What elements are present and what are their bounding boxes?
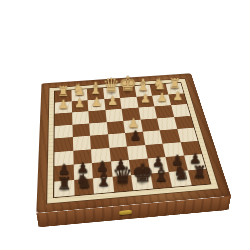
black-king: ♚ (131, 173, 153, 190)
black-rook-glyph: ♜ (192, 164, 207, 181)
black-knight-glyph: ♞ (172, 163, 189, 182)
black-pawn-glyph: ♟ (129, 129, 141, 142)
black-king-glyph: ♚ (131, 161, 153, 185)
black-pawn: ♟ (125, 132, 145, 146)
black-knight-glyph: ♞ (75, 171, 92, 190)
black-bishop-glyph: ♝ (153, 164, 171, 184)
folding-chess-box: ♜♞♝♛♚♝♞♜♟♟♟♟♟♟♟♟♟♟♟♟♟♟♟♟♜♞♝♛♚♝♞♜ (36, 73, 231, 213)
black-queen-glyph: ♛ (112, 164, 133, 187)
black-bishop: ♝ (93, 176, 114, 193)
product-photo-chess-set: ♜♞♝♛♚♝♞♜♟♟♟♟♟♟♟♟♟♟♟♟♟♟♟♟♜♞♝♛♚♝♞♜ (0, 0, 250, 250)
black-rook-glyph: ♜ (56, 175, 71, 192)
black-rook: ♜ (54, 180, 74, 198)
black-knight: ♞ (74, 178, 94, 196)
black-knight: ♞ (169, 170, 192, 187)
scene: ♜♞♝♛♚♝♞♜♟♟♟♟♟♟♟♟♟♟♟♟♟♟♟♟♜♞♝♛♚♝♞♜ (28, 14, 222, 234)
brass-clasp-icon (120, 210, 133, 215)
black-queen: ♛ (112, 175, 133, 192)
black-bishop-glyph: ♝ (94, 169, 112, 189)
